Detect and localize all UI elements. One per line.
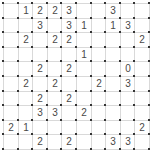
grid-dot xyxy=(119,104,121,106)
clue-2: 2 xyxy=(19,33,33,47)
clue-3: 3 xyxy=(121,19,135,33)
clue-1: 1 xyxy=(77,48,91,62)
clue-2: 2 xyxy=(48,33,62,47)
clue-2: 2 xyxy=(62,33,76,47)
grid-dot xyxy=(90,2,92,4)
grid-dot xyxy=(90,148,92,150)
clue-2: 2 xyxy=(33,135,47,149)
clue-3: 3 xyxy=(62,4,76,18)
clue-3: 3 xyxy=(106,4,120,18)
clue-2: 2 xyxy=(4,121,18,135)
clue-3: 3 xyxy=(62,19,76,33)
grid-dot xyxy=(119,46,121,48)
grid-dot xyxy=(148,17,150,19)
clue-2: 2 xyxy=(19,77,33,91)
grid-dot xyxy=(17,148,19,150)
grid-dot xyxy=(17,60,19,62)
grid-dot xyxy=(148,148,150,150)
grid-dot xyxy=(148,60,150,62)
clue-1: 1 xyxy=(106,19,120,33)
clue-1: 1 xyxy=(19,121,33,135)
grid-dot xyxy=(104,60,106,62)
clue-1: 1 xyxy=(19,4,33,18)
clue-2: 2 xyxy=(48,77,62,91)
grid-dot xyxy=(2,148,4,150)
grid-dot xyxy=(2,104,4,106)
grid-dot xyxy=(104,119,106,121)
grid-dot xyxy=(2,17,4,19)
grid-dot xyxy=(17,104,19,106)
grid-dot xyxy=(2,31,4,33)
grid-dot xyxy=(148,104,150,106)
grid-dot xyxy=(2,75,4,77)
grid-dot xyxy=(119,119,121,121)
clue-2: 2 xyxy=(135,33,149,47)
grid-dot xyxy=(2,60,4,62)
clue-2: 2 xyxy=(62,62,76,76)
clue-2: 2 xyxy=(77,106,91,120)
grid-dot xyxy=(104,104,106,106)
clue-2: 2 xyxy=(33,62,47,76)
clue-3: 3 xyxy=(106,135,120,149)
grid-dot xyxy=(148,90,150,92)
grid-dot xyxy=(133,2,135,4)
clue-2: 2 xyxy=(33,92,47,106)
clue-3: 3 xyxy=(121,135,135,149)
grid-dot xyxy=(90,133,92,135)
clue-2: 2 xyxy=(135,121,149,135)
clue-0: 0 xyxy=(121,62,135,76)
clue-3: 3 xyxy=(33,19,47,33)
grid-dot xyxy=(104,46,106,48)
clue-3: 3 xyxy=(48,106,62,120)
grid-dot xyxy=(2,46,4,48)
grid-dot xyxy=(2,90,4,92)
clue-1: 1 xyxy=(77,19,91,33)
grid-dot xyxy=(148,75,150,77)
grid-dot xyxy=(133,104,135,106)
clue-2: 2 xyxy=(62,135,76,149)
grid-dot xyxy=(148,2,150,4)
clue-2: 2 xyxy=(62,92,76,106)
grid-dot xyxy=(2,2,4,4)
clue-2: 2 xyxy=(48,4,62,18)
clue-3: 3 xyxy=(33,106,47,120)
slitherlink-board[interactable]: 1223333113222212202223223322122233 xyxy=(3,3,150,150)
clue-2: 2 xyxy=(92,77,106,91)
clue-2: 2 xyxy=(33,4,47,18)
clue-3: 3 xyxy=(121,77,135,91)
